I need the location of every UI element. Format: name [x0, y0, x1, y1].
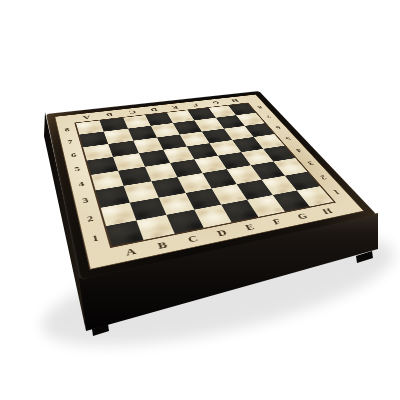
product-photo: AABBCCDDEEFFGGHH8877665544332211	[0, 0, 400, 400]
